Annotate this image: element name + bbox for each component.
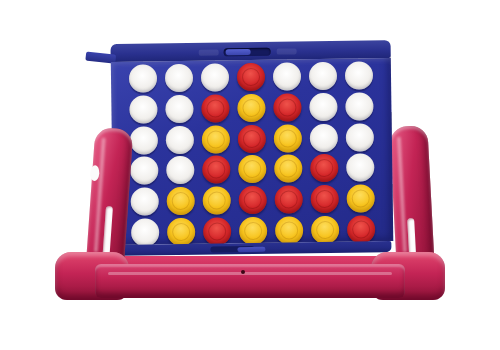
yellow-disc-r3c5 — [274, 124, 302, 152]
yellow-disc-r6c2 — [167, 218, 195, 246]
yellow-disc-r5c2 — [167, 187, 195, 215]
empty-slot-r4c7 — [346, 154, 374, 182]
empty-slot-r4c1 — [130, 157, 158, 185]
empty-slot-r1c3 — [201, 63, 229, 91]
molded-mark — [277, 48, 297, 54]
board-face — [111, 58, 394, 245]
yellow-disc-r5c3 — [203, 186, 231, 214]
yellow-disc-r4c4 — [238, 155, 266, 183]
yellow-disc-r4c5 — [274, 155, 302, 183]
empty-slot-r2c2 — [165, 95, 193, 123]
stand-screw-dot — [241, 270, 245, 274]
red-disc-r6c7 — [347, 215, 375, 243]
red-disc-r2c3 — [201, 94, 229, 122]
red-disc-r6c3 — [203, 217, 231, 245]
empty-slot-r2c1 — [129, 95, 157, 123]
arm-highlight — [397, 137, 407, 253]
empty-slot-r1c2 — [165, 64, 193, 92]
red-disc-r2c5 — [273, 93, 301, 121]
yellow-disc-r6c4 — [239, 217, 267, 245]
yellow-disc-r6c5 — [275, 216, 303, 244]
empty-slot-r1c6 — [309, 62, 337, 90]
board-grid — [129, 61, 376, 246]
red-disc-r4c3 — [202, 156, 230, 184]
empty-slot-r2c7 — [345, 92, 373, 120]
red-disc-r3c4 — [238, 124, 266, 152]
stand-front-bar — [95, 264, 405, 298]
yellow-disc-r5c7 — [347, 184, 375, 212]
stand-bar-highlight — [108, 272, 392, 275]
empty-slot-r3c2 — [166, 125, 194, 153]
top-slider-slot — [224, 48, 271, 57]
yellow-disc-r2c4 — [237, 94, 265, 122]
empty-slot-r3c1 — [130, 126, 158, 154]
red-disc-r4c6 — [310, 154, 338, 182]
empty-slot-r3c7 — [346, 123, 374, 151]
empty-slot-r6c1 — [131, 218, 159, 246]
connect4-board — [111, 40, 394, 256]
empty-slot-r3c6 — [310, 123, 338, 151]
yellow-disc-r6c6 — [311, 216, 339, 244]
empty-slot-r1c7 — [345, 61, 373, 89]
red-disc-r5c4 — [239, 186, 267, 214]
red-disc-r5c6 — [311, 185, 339, 213]
molded-mark — [199, 49, 219, 55]
empty-slot-r1c5 — [273, 62, 301, 90]
empty-slot-r4c2 — [166, 156, 194, 184]
empty-slot-r2c6 — [309, 93, 337, 121]
product-photo — [0, 0, 500, 350]
empty-slot-r5c1 — [131, 187, 159, 215]
bottom-latch-tongue — [237, 247, 265, 252]
red-disc-r1c4 — [237, 63, 265, 91]
red-disc-r5c5 — [275, 185, 303, 213]
yellow-disc-r3c3 — [202, 125, 230, 153]
top-slider-knob — [226, 49, 251, 55]
empty-slot-r1c1 — [129, 64, 157, 92]
